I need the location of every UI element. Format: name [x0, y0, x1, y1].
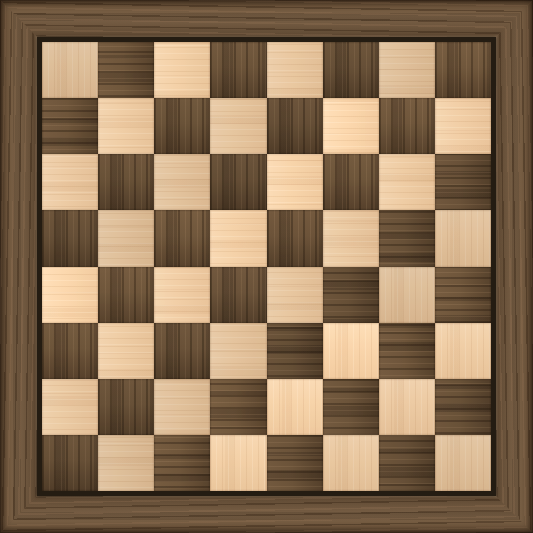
square-d6[interactable]: [210, 154, 266, 210]
square-a8[interactable]: [42, 42, 98, 98]
square-f1[interactable]: [323, 435, 379, 491]
square-d5[interactable]: [210, 210, 266, 266]
square-g2[interactable]: [379, 379, 435, 435]
board-frame-right: [496, 0, 533, 533]
square-a4[interactable]: [42, 267, 98, 323]
square-b2[interactable]: [98, 379, 154, 435]
square-e1[interactable]: [267, 435, 323, 491]
square-a6[interactable]: [42, 154, 98, 210]
square-f4[interactable]: [323, 267, 379, 323]
square-h6[interactable]: [435, 154, 491, 210]
square-e8[interactable]: [267, 42, 323, 98]
square-h2[interactable]: [435, 379, 491, 435]
square-d1[interactable]: [210, 435, 266, 491]
square-g7[interactable]: [379, 98, 435, 154]
square-f6[interactable]: [323, 154, 379, 210]
square-e3[interactable]: [267, 323, 323, 379]
square-d7[interactable]: [210, 98, 266, 154]
square-a3[interactable]: [42, 323, 98, 379]
square-f3[interactable]: [323, 323, 379, 379]
square-f7[interactable]: [323, 98, 379, 154]
square-g6[interactable]: [379, 154, 435, 210]
square-f5[interactable]: [323, 210, 379, 266]
square-a1[interactable]: [42, 435, 98, 491]
square-h3[interactable]: [435, 323, 491, 379]
square-h7[interactable]: [435, 98, 491, 154]
square-e4[interactable]: [267, 267, 323, 323]
board-frame-left: [0, 0, 37, 533]
square-a5[interactable]: [42, 210, 98, 266]
chess-board: [0, 0, 533, 533]
square-c6[interactable]: [154, 154, 210, 210]
square-e2[interactable]: [267, 379, 323, 435]
square-a2[interactable]: [42, 379, 98, 435]
square-d3[interactable]: [210, 323, 266, 379]
square-b3[interactable]: [98, 323, 154, 379]
square-b1[interactable]: [98, 435, 154, 491]
square-c1[interactable]: [154, 435, 210, 491]
square-e6[interactable]: [267, 154, 323, 210]
square-d2[interactable]: [210, 379, 266, 435]
square-h5[interactable]: [435, 210, 491, 266]
square-d4[interactable]: [210, 267, 266, 323]
square-b6[interactable]: [98, 154, 154, 210]
board-frame-top: [0, 0, 533, 37]
square-h4[interactable]: [435, 267, 491, 323]
square-d8[interactable]: [210, 42, 266, 98]
board-squares-grid: [42, 42, 491, 491]
square-g5[interactable]: [379, 210, 435, 266]
square-b8[interactable]: [98, 42, 154, 98]
square-f2[interactable]: [323, 379, 379, 435]
square-b5[interactable]: [98, 210, 154, 266]
square-c2[interactable]: [154, 379, 210, 435]
square-e5[interactable]: [267, 210, 323, 266]
square-c3[interactable]: [154, 323, 210, 379]
square-c7[interactable]: [154, 98, 210, 154]
square-c4[interactable]: [154, 267, 210, 323]
square-g4[interactable]: [379, 267, 435, 323]
square-g3[interactable]: [379, 323, 435, 379]
square-g1[interactable]: [379, 435, 435, 491]
square-c8[interactable]: [154, 42, 210, 98]
square-b7[interactable]: [98, 98, 154, 154]
square-g8[interactable]: [379, 42, 435, 98]
square-b4[interactable]: [98, 267, 154, 323]
square-f8[interactable]: [323, 42, 379, 98]
square-a7[interactable]: [42, 98, 98, 154]
square-c5[interactable]: [154, 210, 210, 266]
square-h1[interactable]: [435, 435, 491, 491]
square-h8[interactable]: [435, 42, 491, 98]
square-e7[interactable]: [267, 98, 323, 154]
board-frame-bottom: [0, 496, 533, 533]
